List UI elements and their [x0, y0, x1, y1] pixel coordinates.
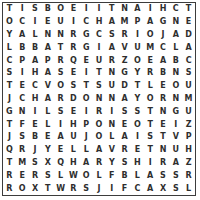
- grid-cell-r11c10[interactable]: A: [118, 131, 131, 144]
- grid-cell-r2c13[interactable]: G: [157, 16, 170, 29]
- grid-cell-r15c11[interactable]: C: [131, 182, 144, 195]
- grid-cell-r11c4[interactable]: E: [41, 131, 54, 144]
- grid-cell-r8c10[interactable]: A: [118, 93, 131, 106]
- grid-cell-r8c12[interactable]: O: [144, 93, 157, 106]
- grid-cell-r8c7[interactable]: O: [80, 93, 93, 106]
- grid-cell-r12c9[interactable]: V: [105, 144, 118, 157]
- grid-cell-r7c3[interactable]: C: [29, 80, 42, 93]
- grid-cell-r11c13[interactable]: T: [157, 131, 170, 144]
- grid-cell-r10c10[interactable]: E: [118, 118, 131, 131]
- grid-cell-r8c13[interactable]: R: [157, 93, 170, 106]
- grid-cell-r12c4[interactable]: Y: [41, 144, 54, 157]
- grid-cell-r4c7[interactable]: G: [80, 41, 93, 54]
- grid-cell-r1c5[interactable]: O: [54, 3, 67, 16]
- grid-cell-r5c14[interactable]: B: [169, 54, 182, 67]
- grid-cell-r1c9[interactable]: T: [105, 3, 118, 16]
- grid-cell-r2c7[interactable]: C: [80, 16, 93, 29]
- grid-cell-r9c7[interactable]: I: [80, 105, 93, 118]
- grid-cell-r9c6[interactable]: E: [67, 105, 80, 118]
- grid-cell-r5c10[interactable]: Z: [118, 54, 131, 67]
- grid-cell-r5c3[interactable]: A: [29, 54, 42, 67]
- grid-cell-r9c1[interactable]: G: [3, 105, 16, 118]
- grid-cell-r1c10[interactable]: N: [118, 3, 131, 16]
- grid-cell-r12c13[interactable]: N: [157, 144, 170, 157]
- grid-cell-r13c5[interactable]: Q: [54, 157, 67, 170]
- grid-cell-r15c4[interactable]: T: [41, 182, 54, 195]
- grid-cell-r14c15[interactable]: R: [182, 169, 195, 182]
- grid-cell-r5c11[interactable]: O: [131, 54, 144, 67]
- grid-cell-r14c4[interactable]: S: [41, 169, 54, 182]
- grid-cell-r5c5[interactable]: R: [54, 54, 67, 67]
- grid-cell-r6c7[interactable]: I: [80, 67, 93, 80]
- grid-cell-r10c6[interactable]: H: [67, 118, 80, 131]
- grid-cell-r14c11[interactable]: L: [131, 169, 144, 182]
- grid-cell-r12c10[interactable]: R: [118, 144, 131, 157]
- grid-cell-r1c4[interactable]: B: [41, 3, 54, 16]
- grid-cell-r9c13[interactable]: N: [157, 105, 170, 118]
- grid-cell-r10c2[interactable]: F: [16, 118, 29, 131]
- grid-cell-r7c9[interactable]: U: [105, 80, 118, 93]
- grid-cell-r10c14[interactable]: I: [169, 118, 182, 131]
- grid-cell-r7c8[interactable]: S: [93, 80, 106, 93]
- grid-cell-r1c3[interactable]: S: [29, 3, 42, 16]
- grid-cell-r2c5[interactable]: U: [54, 16, 67, 29]
- grid-cell-r5c9[interactable]: R: [105, 54, 118, 67]
- grid-cell-r13c11[interactable]: H: [131, 157, 144, 170]
- grid-cell-r4c4[interactable]: A: [41, 41, 54, 54]
- word-search-board: TISBOEIITNAIHCTOCIEUICHAMPAGNEYALNNRGCSR…: [2, 2, 196, 196]
- grid-cell-r14c5[interactable]: L: [54, 169, 67, 182]
- grid-cell-r6c1[interactable]: S: [3, 67, 16, 80]
- grid-cell-r12c7[interactable]: L: [80, 144, 93, 157]
- grid-cell-r5c15[interactable]: C: [182, 54, 195, 67]
- grid-cell-r1c13[interactable]: H: [157, 3, 170, 16]
- grid-cell-r14c3[interactable]: R: [29, 169, 42, 182]
- grid-cell-r6c15[interactable]: S: [182, 67, 195, 80]
- grid-cell-r4c13[interactable]: C: [157, 41, 170, 54]
- grid-cell-r2c14[interactable]: N: [169, 16, 182, 29]
- grid-cell-r15c10[interactable]: F: [118, 182, 131, 195]
- grid-cell-r3c5[interactable]: N: [54, 29, 67, 42]
- grid-cell-r9c15[interactable]: U: [182, 105, 195, 118]
- grid-cell-r2c9[interactable]: A: [105, 16, 118, 29]
- grid-cell-r13c3[interactable]: S: [29, 157, 42, 170]
- grid-cell-r7c4[interactable]: V: [41, 80, 54, 93]
- grid-cell-r13c12[interactable]: I: [144, 157, 157, 170]
- grid-cell-r9c5[interactable]: S: [54, 105, 67, 118]
- grid-cell-r15c15[interactable]: L: [182, 182, 195, 195]
- grid-cell-r4c5[interactable]: T: [54, 41, 67, 54]
- grid-cell-r5c8[interactable]: U: [93, 54, 106, 67]
- grid-cell-r15c8[interactable]: J: [93, 182, 106, 195]
- grid-cell-r4c1[interactable]: L: [3, 41, 16, 54]
- grid-cell-r1c2[interactable]: I: [16, 3, 29, 16]
- grid-cell-r5c6[interactable]: Q: [67, 54, 80, 67]
- grid-cell-r2c11[interactable]: P: [131, 16, 144, 29]
- grid-cell-r3c14[interactable]: A: [169, 29, 182, 42]
- grid-cell-r1c12[interactable]: I: [144, 3, 157, 16]
- grid-cell-r7c13[interactable]: E: [157, 80, 170, 93]
- grid-cell-r3c3[interactable]: L: [29, 29, 42, 42]
- grid-cell-r11c1[interactable]: J: [3, 131, 16, 144]
- grid-cell-r10c15[interactable]: Z: [182, 118, 195, 131]
- grid-cell-r4c10[interactable]: V: [118, 41, 131, 54]
- grid-cell-r13c4[interactable]: X: [41, 157, 54, 170]
- grid-cell-r11c14[interactable]: V: [169, 131, 182, 144]
- grid-cell-r13c8[interactable]: R: [93, 157, 106, 170]
- grid-cell-r5c7[interactable]: E: [80, 54, 93, 67]
- grid-cell-r6c6[interactable]: E: [67, 67, 80, 80]
- grid-cell-r13c7[interactable]: A: [80, 157, 93, 170]
- grid-cell-r14c9[interactable]: F: [105, 169, 118, 182]
- grid-cell-r2c3[interactable]: I: [29, 16, 42, 29]
- grid-cell-r13c6[interactable]: H: [67, 157, 80, 170]
- grid-cell-r15c9[interactable]: I: [105, 182, 118, 195]
- grid-cell-r15c5[interactable]: W: [54, 182, 67, 195]
- grid-cell-r14c13[interactable]: S: [157, 169, 170, 182]
- grid-cell-r12c8[interactable]: A: [93, 144, 106, 157]
- grid-cell-r13c14[interactable]: A: [169, 157, 182, 170]
- grid-cell-r11c8[interactable]: O: [93, 131, 106, 144]
- grid-cell-r8c1[interactable]: J: [3, 93, 16, 106]
- grid-cell-r11c2[interactable]: S: [16, 131, 29, 144]
- grid-cell-r7c2[interactable]: E: [16, 80, 29, 93]
- grid-cell-r3c12[interactable]: O: [144, 29, 157, 42]
- grid-cell-r9c4[interactable]: L: [41, 105, 54, 118]
- grid-cell-r3c6[interactable]: R: [67, 29, 80, 42]
- grid-cell-r4c11[interactable]: U: [131, 41, 144, 54]
- grid-cell-r6c2[interactable]: I: [16, 67, 29, 80]
- grid-cell-r15c14[interactable]: S: [169, 182, 182, 195]
- grid-cell-r2c15[interactable]: E: [182, 16, 195, 29]
- grid-cell-r3c15[interactable]: D: [182, 29, 195, 42]
- grid-cell-r9c8[interactable]: R: [93, 105, 106, 118]
- grid-cell-r11c12[interactable]: S: [144, 131, 157, 144]
- grid-cell-r2c1[interactable]: O: [3, 16, 16, 29]
- grid-cell-r2c2[interactable]: C: [16, 16, 29, 29]
- grid-cell-r5c12[interactable]: E: [144, 54, 157, 67]
- grid-cell-r1c8[interactable]: I: [93, 3, 106, 16]
- grid-cell-r4c3[interactable]: B: [29, 41, 42, 54]
- grid-cell-r7c10[interactable]: D: [118, 80, 131, 93]
- grid-cell-r1c6[interactable]: E: [67, 3, 80, 16]
- grid-cell-r12c2[interactable]: R: [16, 144, 29, 157]
- grid-cell-r10c3[interactable]: E: [29, 118, 42, 131]
- grid-cell-r7c7[interactable]: T: [80, 80, 93, 93]
- grid-cell-r12c5[interactable]: E: [54, 144, 67, 157]
- grid-cell-r11c9[interactable]: L: [105, 131, 118, 144]
- grid-cell-r6c13[interactable]: B: [157, 67, 170, 80]
- grid-cell-r13c2[interactable]: M: [16, 157, 29, 170]
- grid-cell-r6c3[interactable]: H: [29, 67, 42, 80]
- grid-cell-r2c4[interactable]: E: [41, 16, 54, 29]
- grid-cell-r1c14[interactable]: C: [169, 3, 182, 16]
- grid-cell-r12c11[interactable]: E: [131, 144, 144, 157]
- grid-cell-r10c13[interactable]: E: [157, 118, 170, 131]
- grid-cell-r9c9[interactable]: I: [105, 105, 118, 118]
- grid-cell-r14c7[interactable]: O: [80, 169, 93, 182]
- grid-cell-r14c10[interactable]: B: [118, 169, 131, 182]
- grid-cell-r4c14[interactable]: L: [169, 41, 182, 54]
- grid-cell-r9c12[interactable]: T: [144, 105, 157, 118]
- grid-cell-r13c1[interactable]: T: [3, 157, 16, 170]
- grid-cell-r14c14[interactable]: S: [169, 169, 182, 182]
- grid-cell-r8c15[interactable]: M: [182, 93, 195, 106]
- grid-cell-r7c11[interactable]: T: [131, 80, 144, 93]
- grid-cell-r12c3[interactable]: J: [29, 144, 42, 157]
- grid-cell-r7c6[interactable]: S: [67, 80, 80, 93]
- grid-cell-r10c1[interactable]: T: [3, 118, 16, 131]
- grid-cell-r6c11[interactable]: Y: [131, 67, 144, 80]
- grid-cell-r8c5[interactable]: R: [54, 93, 67, 106]
- grid-cell-r8c14[interactable]: N: [169, 93, 182, 106]
- grid-cell-r14c1[interactable]: R: [3, 169, 16, 182]
- grid-cell-r6c12[interactable]: R: [144, 67, 157, 80]
- grid-cell-r14c6[interactable]: W: [67, 169, 80, 182]
- grid-cell-r11c6[interactable]: U: [67, 131, 80, 144]
- grid-cell-r4c12[interactable]: M: [144, 41, 157, 54]
- grid-cell-r1c15[interactable]: T: [182, 3, 195, 16]
- grid-cell-r15c6[interactable]: R: [67, 182, 80, 195]
- grid-cell-r7c15[interactable]: U: [182, 80, 195, 93]
- grid-cell-r2c8[interactable]: H: [93, 16, 106, 29]
- grid-cell-r6c5[interactable]: S: [54, 67, 67, 80]
- grid-cell-r7c5[interactable]: O: [54, 80, 67, 93]
- grid-cell-r9c11[interactable]: S: [131, 105, 144, 118]
- grid-cell-r3c13[interactable]: J: [157, 29, 170, 42]
- grid-cell-r11c7[interactable]: J: [80, 131, 93, 144]
- grid-cell-r11c3[interactable]: B: [29, 131, 42, 144]
- grid-cell-r15c1[interactable]: R: [3, 182, 16, 195]
- grid-cell-r6c4[interactable]: A: [41, 67, 54, 80]
- grid-cell-r5c13[interactable]: A: [157, 54, 170, 67]
- grid-cell-r2c12[interactable]: A: [144, 16, 157, 29]
- grid-cell-r15c12[interactable]: A: [144, 182, 157, 195]
- grid-cell-r9c14[interactable]: G: [169, 105, 182, 118]
- grid-cell-r8c8[interactable]: N: [93, 93, 106, 106]
- grid-cell-r14c2[interactable]: E: [16, 169, 29, 182]
- grid-cell-r10c11[interactable]: O: [131, 118, 144, 131]
- grid-cell-r4c9[interactable]: A: [105, 41, 118, 54]
- grid-cell-r10c5[interactable]: I: [54, 118, 67, 131]
- grid-cell-r9c2[interactable]: N: [16, 105, 29, 118]
- grid-cell-r4c6[interactable]: R: [67, 41, 80, 54]
- grid-cell-r11c15[interactable]: P: [182, 131, 195, 144]
- grid-cell-r13c9[interactable]: Y: [105, 157, 118, 170]
- grid-cell-r15c7[interactable]: S: [80, 182, 93, 195]
- grid-cell-r13c13[interactable]: R: [157, 157, 170, 170]
- grid-cell-r2c10[interactable]: M: [118, 16, 131, 29]
- grid-cell-r13c15[interactable]: Z: [182, 157, 195, 170]
- grid-cell-r12c12[interactable]: T: [144, 144, 157, 157]
- grid-cell-r15c3[interactable]: X: [29, 182, 42, 195]
- grid-cell-r1c7[interactable]: I: [80, 3, 93, 16]
- grid-cell-r4c2[interactable]: B: [16, 41, 29, 54]
- grid-cell-r14c8[interactable]: L: [93, 169, 106, 182]
- grid-cell-r5c1[interactable]: C: [3, 54, 16, 67]
- grid-cell-r3c2[interactable]: A: [16, 29, 29, 42]
- grid-cell-r14c12[interactable]: A: [144, 169, 157, 182]
- grid-cell-r12c15[interactable]: H: [182, 144, 195, 157]
- grid-cell-r13c10[interactable]: S: [118, 157, 131, 170]
- grid-cell-r3c1[interactable]: Y: [3, 29, 16, 42]
- grid-cell-r10c12[interactable]: T: [144, 118, 157, 131]
- grid-cell-r3c7[interactable]: G: [80, 29, 93, 42]
- grid-cell-r9c3[interactable]: I: [29, 105, 42, 118]
- grid-cell-r8c4[interactable]: A: [41, 93, 54, 106]
- grid-cell-r7c12[interactable]: L: [144, 80, 157, 93]
- grid-cell-r5c4[interactable]: P: [41, 54, 54, 67]
- grid-cell-r11c5[interactable]: A: [54, 131, 67, 144]
- grid-cell-r3c9[interactable]: S: [105, 29, 118, 42]
- grid-cell-r2c6[interactable]: I: [67, 16, 80, 29]
- grid-cell-r12c14[interactable]: U: [169, 144, 182, 157]
- grid-cell-r3c11[interactable]: I: [131, 29, 144, 42]
- grid-cell-r15c2[interactable]: O: [16, 182, 29, 195]
- grid-cell-r8c2[interactable]: C: [16, 93, 29, 106]
- grid-cell-r3c10[interactable]: R: [118, 29, 131, 42]
- grid-cell-r10c7[interactable]: P: [80, 118, 93, 131]
- grid-cell-r12c6[interactable]: L: [67, 144, 80, 157]
- grid-cell-r4c15[interactable]: A: [182, 41, 195, 54]
- grid-cell-r3c8[interactable]: C: [93, 29, 106, 42]
- grid-cell-r8c3[interactable]: H: [29, 93, 42, 106]
- grid-cell-r5c2[interactable]: P: [16, 54, 29, 67]
- grid-cell-r4c8[interactable]: I: [93, 41, 106, 54]
- grid-cell-r6c8[interactable]: T: [93, 67, 106, 80]
- grid-cell-r8c9[interactable]: N: [105, 93, 118, 106]
- grid-cell-r8c11[interactable]: Y: [131, 93, 144, 106]
- grid-cell-r8c6[interactable]: D: [67, 93, 80, 106]
- grid-cell-r10c9[interactable]: N: [105, 118, 118, 131]
- grid-cell-r12c1[interactable]: Q: [3, 144, 16, 157]
- grid-cell-r1c1[interactable]: T: [3, 3, 16, 16]
- grid-cell-r10c4[interactable]: L: [41, 118, 54, 131]
- grid-cell-r11c11[interactable]: I: [131, 131, 144, 144]
- grid-cell-r3c4[interactable]: N: [41, 29, 54, 42]
- grid-cell-r15c13[interactable]: X: [157, 182, 170, 195]
- grid-cell-r1c11[interactable]: A: [131, 3, 144, 16]
- grid-cell-r6c14[interactable]: N: [169, 67, 182, 80]
- grid-cell-r6c10[interactable]: G: [118, 67, 131, 80]
- grid-cell-r6c9[interactable]: N: [105, 67, 118, 80]
- grid-cell-r7c1[interactable]: T: [3, 80, 16, 93]
- grid-cell-r9c10[interactable]: S: [118, 105, 131, 118]
- grid-cell-r10c8[interactable]: O: [93, 118, 106, 131]
- grid-cell-r7c14[interactable]: O: [169, 80, 182, 93]
